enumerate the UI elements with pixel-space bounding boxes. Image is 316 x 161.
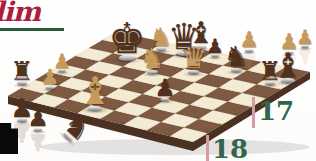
- magazine-photo-clipping: ♟♟♝♞♟♟♟♟♛♟♚♟♞♞♛♝♜♜♟♟♝♟♟♟♟♞ lim 17 18: [0, 0, 316, 161]
- item-17-label: 17: [258, 97, 294, 126]
- item-number-18: 18: [206, 135, 248, 161]
- item-18-label: 18: [212, 135, 248, 161]
- headline-underline: [0, 28, 64, 31]
- item-17-tick-bar: [252, 97, 255, 128]
- chess-board: [0, 0, 316, 161]
- item-number-17: 17: [252, 97, 294, 128]
- headline-fragment: lim: [0, 0, 40, 27]
- item-18-tick-bar: [206, 135, 209, 161]
